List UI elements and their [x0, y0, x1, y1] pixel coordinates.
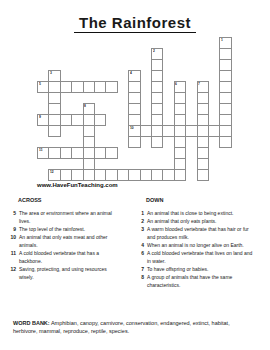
clue-down-8: 8A group of animals that have the same c…	[137, 273, 264, 289]
clue-number: 12	[6, 265, 16, 273]
word-bank: WORD BANK: Amphibian, canopy, carnivore,…	[13, 320, 245, 335]
clue-number: 7	[137, 265, 144, 273]
grid-cell-r7c0[interactable]: 9	[37, 114, 49, 126]
word-bank-label: WORD BANK:	[13, 320, 50, 326]
clue-across-12: 12Saving, protecting, and using resource…	[6, 265, 130, 281]
clue-text: An animal that only eats plants.	[147, 217, 254, 225]
grid-cell-r8c13[interactable]	[185, 125, 197, 137]
clue-text: When an animal is no longer alive on Ear…	[147, 241, 254, 249]
clue-down-7: 7To have offspring or babies.	[137, 265, 264, 273]
grid-cell-r7c3[interactable]	[71, 114, 83, 126]
clue-text: A warm blooded vertebrate that has hair …	[147, 225, 254, 241]
grid-cell-r12c14[interactable]	[197, 169, 209, 181]
grid-cell-r12c11[interactable]	[162, 169, 174, 181]
clue-down-6: 6A cold blooded vertebrate that lives on…	[137, 249, 264, 265]
cell-number: 12	[50, 170, 54, 173]
page-title-text: The Rainforest	[74, 14, 196, 33]
watermark-url: www.HaveFunTeaching.com	[37, 182, 118, 188]
clue-text: An animal that is close to being extinct…	[147, 209, 254, 217]
grid-cell-r4c0[interactable]: 5	[37, 81, 49, 93]
down-clues-section: DOWN 1An animal that is close to being e…	[137, 196, 264, 289]
cell-number: 5	[39, 82, 41, 85]
grid-cell-r12c12[interactable]	[174, 169, 186, 181]
cell-number: 7	[198, 82, 200, 85]
cell-number: 11	[39, 148, 42, 151]
crossword-grid: 123410567891112	[37, 37, 234, 183]
clue-text: The top level of the rainforest.	[19, 225, 120, 233]
grid-cell-r8c11[interactable]	[162, 125, 174, 137]
down-header: DOWN	[146, 196, 264, 204]
clue-number: 5	[6, 209, 16, 217]
grid-cell-r4c6[interactable]	[105, 81, 117, 93]
clue-text: To have offspring or babies.	[147, 265, 254, 273]
clue-across-11: 11A cold blooded vertebrate that has a b…	[6, 249, 130, 265]
clue-text: An animal that only eats meat and other …	[19, 233, 120, 249]
cell-number: 9	[39, 115, 41, 118]
clue-number: 3	[137, 225, 144, 233]
grid-cell-r10c3[interactable]	[71, 147, 83, 159]
grid-cell-r9c16[interactable]	[219, 136, 231, 148]
across-header: ACROSS	[18, 196, 130, 204]
grid-cell-r8c9[interactable]	[140, 125, 152, 137]
clue-across-10: 10An animal that only eats meat and othe…	[6, 233, 130, 249]
grid-cell-r8c15[interactable]	[208, 125, 220, 137]
clue-across-9: 9The top level of the rainforest.	[6, 225, 130, 233]
cell-number: 2	[153, 49, 155, 52]
clue-text: A cold blooded vertebrate that lives on …	[147, 249, 254, 265]
grid-cell-r7c5[interactable]	[94, 114, 106, 126]
page-title: The Rainforest	[0, 14, 270, 33]
clue-number: 2	[137, 217, 144, 225]
down-clue-list: 1An animal that is close to being extinc…	[137, 209, 264, 289]
clue-number: 1	[137, 209, 144, 217]
clue-number: 4	[137, 241, 144, 249]
grid-cell-r9c8[interactable]	[128, 136, 140, 148]
cell-number: 3	[50, 71, 52, 74]
clue-number: 6	[137, 249, 144, 257]
clue-down-3: 3A warm blooded vertebrate that has hair…	[137, 225, 264, 241]
grid-cell-r10c6[interactable]	[105, 147, 117, 159]
clue-number: 9	[6, 225, 16, 233]
grid-cell-r12c3[interactable]	[71, 169, 83, 181]
clue-text: A cold blooded vertebrate that has a bac…	[19, 249, 120, 265]
across-clue-list: 5The area or environment where an animal…	[6, 209, 130, 281]
clue-number: 11	[6, 249, 16, 257]
clue-text: Saving, protecting, and using resources …	[19, 265, 120, 281]
cell-number: 8	[84, 104, 86, 107]
clue-text: The area or environment where an animal …	[19, 209, 120, 225]
clue-down-1: 1An animal that is close to being extinc…	[137, 209, 264, 217]
clue-text: A group of animals that have the same ch…	[147, 273, 254, 289]
cell-number: 1	[221, 38, 223, 41]
grid-cell-r9c10[interactable]	[151, 136, 163, 148]
grid-cell-r8c1[interactable]	[48, 125, 60, 137]
cell-number: 10	[130, 126, 134, 129]
clue-across-5: 5The area or environment where an animal…	[6, 209, 130, 225]
clue-number: 8	[137, 273, 144, 281]
clue-number: 10	[6, 233, 16, 241]
clue-down-4: 4When an animal is no longer alive on Ea…	[137, 241, 264, 249]
cell-number: 4	[130, 71, 132, 74]
worksheet-page: The Rainforest 123410567891112 www.HaveF…	[0, 0, 270, 350]
cell-number: 6	[175, 82, 177, 85]
across-clues-section: ACROSS 5The area or environment where an…	[6, 196, 130, 281]
clue-down-2: 2An animal that only eats plants.	[137, 217, 264, 225]
